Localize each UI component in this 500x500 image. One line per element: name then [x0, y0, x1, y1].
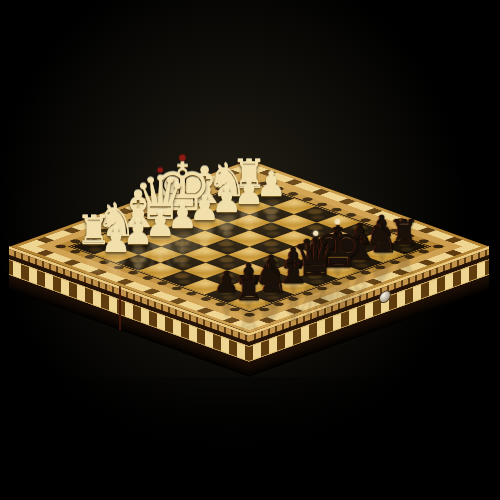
finial-icon: [313, 231, 318, 236]
pieces-layer: ♜♜♞♞♝♝♛♛♚♚♝♝♞♞♜♜♟♟♟♟♟♟♟♟♟♟♟♟♟♟♟♟♟♟♟♟♟♟♟♟…: [0, 0, 500, 500]
chessboard-scene: ♜♜♞♞♝♝♛♛♚♚♝♝♞♞♜♜♟♟♟♟♟♟♟♟♟♟♟♟♟♟♟♟♟♟♟♟♟♟♟♟…: [0, 0, 500, 500]
finial-icon: [335, 219, 340, 224]
piece-black-rook[interactable]: ♜: [234, 272, 264, 306]
finial-icon: [158, 168, 163, 173]
photo-canvas: ♜♜♞♞♝♝♛♛♚♚♝♝♞♞♜♜♟♟♟♟♟♟♟♟♟♟♟♟♟♟♟♟♟♟♟♟♟♟♟♟…: [0, 0, 500, 500]
finial-icon: [179, 154, 185, 160]
piece-white-pawn[interactable]: ♟: [101, 223, 131, 257]
